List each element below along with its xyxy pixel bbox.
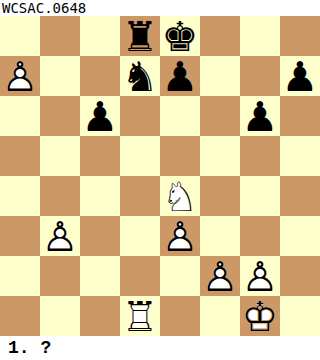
piece-white-pawn[interactable]: ♟♙ bbox=[160, 216, 200, 256]
square-a5[interactable] bbox=[0, 136, 40, 176]
square-f7[interactable] bbox=[200, 56, 240, 96]
square-c6[interactable]: ♟ bbox=[80, 96, 120, 136]
piece-black-pawn[interactable]: ♟ bbox=[160, 56, 200, 96]
piece-outline-glyph: ♙ bbox=[240, 256, 280, 296]
piece-outline-glyph: ♘ bbox=[160, 176, 200, 216]
piece-white-king[interactable]: ♚♔ bbox=[240, 296, 280, 336]
piece-glyph: ♞ bbox=[120, 56, 160, 96]
square-h8[interactable] bbox=[280, 16, 320, 56]
square-c8[interactable] bbox=[80, 16, 120, 56]
square-c7[interactable] bbox=[80, 56, 120, 96]
square-b5[interactable] bbox=[40, 136, 80, 176]
piece-black-pawn[interactable]: ♟ bbox=[240, 96, 280, 136]
square-b2[interactable] bbox=[40, 256, 80, 296]
square-f1[interactable] bbox=[200, 296, 240, 336]
square-b8[interactable] bbox=[40, 16, 80, 56]
square-d3[interactable] bbox=[120, 216, 160, 256]
square-f3[interactable] bbox=[200, 216, 240, 256]
puzzle-id-label: WCSAC.0648 bbox=[0, 0, 320, 16]
square-e7[interactable]: ♟ bbox=[160, 56, 200, 96]
piece-white-pawn[interactable]: ♟♙ bbox=[0, 56, 40, 96]
square-h3[interactable] bbox=[280, 216, 320, 256]
piece-outline-glyph: ♙ bbox=[160, 216, 200, 256]
square-g4[interactable] bbox=[240, 176, 280, 216]
square-g7[interactable] bbox=[240, 56, 280, 96]
square-d8[interactable]: ♜ bbox=[120, 16, 160, 56]
piece-glyph: ♟ bbox=[240, 96, 280, 136]
square-e8[interactable]: ♚ bbox=[160, 16, 200, 56]
square-a6[interactable] bbox=[0, 96, 40, 136]
square-b3[interactable]: ♟♙ bbox=[40, 216, 80, 256]
piece-white-pawn[interactable]: ♟♙ bbox=[240, 256, 280, 296]
square-f5[interactable] bbox=[200, 136, 240, 176]
square-c4[interactable] bbox=[80, 176, 120, 216]
square-f2[interactable]: ♟♙ bbox=[200, 256, 240, 296]
square-c2[interactable] bbox=[80, 256, 120, 296]
square-g6[interactable]: ♟ bbox=[240, 96, 280, 136]
square-a2[interactable] bbox=[0, 256, 40, 296]
piece-black-pawn[interactable]: ♟ bbox=[280, 56, 320, 96]
piece-glyph: ♜ bbox=[120, 16, 160, 56]
square-g3[interactable] bbox=[240, 216, 280, 256]
square-a8[interactable] bbox=[0, 16, 40, 56]
square-f6[interactable] bbox=[200, 96, 240, 136]
square-d2[interactable] bbox=[120, 256, 160, 296]
square-h7[interactable]: ♟ bbox=[280, 56, 320, 96]
square-e5[interactable] bbox=[160, 136, 200, 176]
square-f8[interactable] bbox=[200, 16, 240, 56]
square-h1[interactable] bbox=[280, 296, 320, 336]
piece-glyph: ♟ bbox=[280, 56, 320, 96]
square-d4[interactable] bbox=[120, 176, 160, 216]
square-h5[interactable] bbox=[280, 136, 320, 176]
square-d1[interactable]: ♜♖ bbox=[120, 296, 160, 336]
square-d6[interactable] bbox=[120, 96, 160, 136]
square-a4[interactable] bbox=[0, 176, 40, 216]
square-d5[interactable] bbox=[120, 136, 160, 176]
chess-diagram: WCSAC.0648 ♜♚♟♙♞♟♟♟♟♞♘♟♙♟♙♟♙♟♙♜♖♚♔ 1. ? bbox=[0, 0, 320, 360]
square-g2[interactable]: ♟♙ bbox=[240, 256, 280, 296]
square-e6[interactable] bbox=[160, 96, 200, 136]
piece-glyph: ♟ bbox=[80, 96, 120, 136]
piece-black-king[interactable]: ♚ bbox=[160, 16, 200, 56]
square-d7[interactable]: ♞ bbox=[120, 56, 160, 96]
square-e2[interactable] bbox=[160, 256, 200, 296]
square-g8[interactable] bbox=[240, 16, 280, 56]
square-c5[interactable] bbox=[80, 136, 120, 176]
piece-black-pawn[interactable]: ♟ bbox=[80, 96, 120, 136]
square-c1[interactable] bbox=[80, 296, 120, 336]
chess-board: ♜♚♟♙♞♟♟♟♟♞♘♟♙♟♙♟♙♟♙♜♖♚♔ bbox=[0, 16, 320, 336]
piece-black-knight[interactable]: ♞ bbox=[120, 56, 160, 96]
piece-outline-glyph: ♖ bbox=[120, 296, 160, 336]
piece-outline-glyph: ♙ bbox=[0, 56, 40, 96]
piece-outline-glyph: ♙ bbox=[40, 216, 80, 256]
piece-white-pawn[interactable]: ♟♙ bbox=[200, 256, 240, 296]
square-h2[interactable] bbox=[280, 256, 320, 296]
square-g5[interactable] bbox=[240, 136, 280, 176]
square-b7[interactable] bbox=[40, 56, 80, 96]
square-h6[interactable] bbox=[280, 96, 320, 136]
square-e4[interactable]: ♞♘ bbox=[160, 176, 200, 216]
piece-white-pawn[interactable]: ♟♙ bbox=[40, 216, 80, 256]
piece-glyph: ♟ bbox=[160, 56, 200, 96]
square-a3[interactable] bbox=[0, 216, 40, 256]
piece-white-rook[interactable]: ♜♖ bbox=[120, 296, 160, 336]
square-e3[interactable]: ♟♙ bbox=[160, 216, 200, 256]
square-a1[interactable] bbox=[0, 296, 40, 336]
square-c3[interactable] bbox=[80, 216, 120, 256]
piece-outline-glyph: ♙ bbox=[200, 256, 240, 296]
square-h4[interactable] bbox=[280, 176, 320, 216]
piece-black-rook[interactable]: ♜ bbox=[120, 16, 160, 56]
piece-outline-glyph: ♔ bbox=[240, 296, 280, 336]
square-b4[interactable] bbox=[40, 176, 80, 216]
square-g1[interactable]: ♚♔ bbox=[240, 296, 280, 336]
piece-glyph: ♚ bbox=[160, 16, 200, 56]
piece-white-knight[interactable]: ♞♘ bbox=[160, 176, 200, 216]
square-e1[interactable] bbox=[160, 296, 200, 336]
square-a7[interactable]: ♟♙ bbox=[0, 56, 40, 96]
square-f4[interactable] bbox=[200, 176, 240, 216]
square-b1[interactable] bbox=[40, 296, 80, 336]
square-b6[interactable] bbox=[40, 96, 80, 136]
